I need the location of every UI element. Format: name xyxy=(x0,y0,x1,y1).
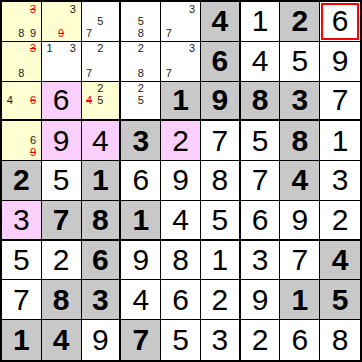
solved-digit: 7 xyxy=(332,85,349,115)
solved-digit: 5 xyxy=(252,126,269,156)
solved-digit: 4 xyxy=(252,46,269,76)
cell-r5c3[interactable]: 1 xyxy=(82,161,122,201)
cell-r9c1[interactable]: 1 xyxy=(2,320,42,360)
candidate-7: 7 xyxy=(163,67,175,79)
cell-r2c4[interactable]: 28 xyxy=(121,42,161,82)
candidate-9: 9 xyxy=(27,28,39,40)
candidate-5: 5 xyxy=(135,94,147,106)
cell-r2c2[interactable]: 13 xyxy=(42,42,82,82)
solved-digit: 6 xyxy=(132,165,149,195)
cell-r5c6[interactable]: 8 xyxy=(201,161,241,201)
candidates: 13 xyxy=(44,43,79,80)
given-digit: 4 xyxy=(211,6,228,36)
cell-r4c3[interactable]: 4 xyxy=(82,121,122,161)
candidate-7: 7 xyxy=(84,28,95,40)
solved-digit: 9 xyxy=(332,46,349,76)
eliminated-candidate-6: 6 xyxy=(27,94,39,106)
cell-r5c7[interactable]: 7 xyxy=(241,161,281,201)
cell-r2c8[interactable]: 5 xyxy=(280,42,320,82)
given-digit: 3 xyxy=(132,126,149,156)
cell-r6c7[interactable]: 6 xyxy=(241,201,281,241)
solved-digit: 3 xyxy=(332,165,349,195)
candidate-2: 2 xyxy=(95,83,106,95)
candidate-2: 2 xyxy=(95,43,106,55)
solved-digit: 7 xyxy=(291,245,308,275)
cell-r4c5[interactable]: 2 xyxy=(161,121,201,161)
cell-r4c2[interactable]: 9 xyxy=(42,121,82,161)
cell-r8c2[interactable]: 8 xyxy=(42,280,82,320)
candidate-5: 5 xyxy=(95,15,106,27)
cell-r3c5[interactable]: 1 xyxy=(161,82,201,122)
solved-digit: 9 xyxy=(132,245,149,275)
cell-r8c3[interactable]: 3 xyxy=(82,280,122,320)
given-digit: 2 xyxy=(13,165,30,195)
cell-r6c9[interactable]: 2 xyxy=(320,201,360,241)
cell-r1c6[interactable]: 4 xyxy=(201,2,241,42)
given-digit: 1 xyxy=(132,205,149,235)
solved-digit: 9 xyxy=(92,325,109,355)
eliminated-candidate-9: 9 xyxy=(27,147,39,159)
candidate-5: 5 xyxy=(95,94,106,106)
candidates: 58 xyxy=(123,3,158,40)
cell-r2c7[interactable]: 4 xyxy=(241,42,281,82)
solved-digit: 1 xyxy=(332,126,349,156)
cell-r4c8[interactable]: 8 xyxy=(280,121,320,161)
solved-digit: 7 xyxy=(13,285,30,315)
given-digit: 8 xyxy=(291,126,308,156)
cell-r7c1[interactable]: 5 xyxy=(2,241,42,281)
solved-digit: 8 xyxy=(211,165,228,195)
cell-r1c1[interactable]: 389 xyxy=(2,2,42,42)
solved-digit: 6 xyxy=(252,205,269,235)
cell-r6c4[interactable]: 1 xyxy=(121,201,161,241)
solved-digit: 8 xyxy=(172,245,189,275)
cell-r2c3[interactable]: 27 xyxy=(82,42,122,82)
cell-r9c6[interactable]: 3 xyxy=(201,320,241,360)
eliminated-candidate-3: 3 xyxy=(27,43,39,55)
cell-r3c4[interactable]: 25 xyxy=(121,82,161,122)
solved-digit: 5 xyxy=(13,245,30,275)
cell-r7c3[interactable]: 6 xyxy=(82,241,122,281)
given-digit: 9 xyxy=(211,85,228,115)
cell-r9c4[interactable]: 7 xyxy=(121,320,161,360)
cell-r2c9[interactable]: 9 xyxy=(320,42,360,82)
given-digit: 2 xyxy=(291,6,308,36)
solved-digit: 1 xyxy=(252,6,269,36)
cell-r8c9[interactable]: 5 xyxy=(320,280,360,320)
candidates: 39 xyxy=(44,3,79,40)
given-digit: 7 xyxy=(53,205,70,235)
cell-r4c6[interactable]: 7 xyxy=(201,121,241,161)
solved-digit: 4 xyxy=(172,205,189,235)
given-digit: 3 xyxy=(92,285,109,315)
solved-digit: 2 xyxy=(252,325,269,355)
candidate-1: 1 xyxy=(44,43,56,55)
cell-r1c3[interactable]: 57 xyxy=(82,2,122,42)
cell-r3c6[interactable]: 9 xyxy=(201,82,241,122)
cell-r7c7[interactable]: 3 xyxy=(241,241,281,281)
cell-r4c9[interactable]: 1 xyxy=(320,121,360,161)
cell-r7c8[interactable]: 7 xyxy=(280,241,320,281)
cell-r2c6[interactable]: 6 xyxy=(201,42,241,82)
candidates: 245 xyxy=(84,83,118,119)
solved-digit: 1 xyxy=(211,245,228,275)
cell-r7c9[interactable]: 4 xyxy=(320,241,360,281)
cell-r6c1[interactable]: 3 xyxy=(2,201,42,241)
cell-r8c8[interactable]: 1 xyxy=(280,280,320,320)
candidate-2: 2 xyxy=(135,43,147,55)
solved-digit: 5 xyxy=(291,46,308,76)
eliminated-candidate-9: 9 xyxy=(55,28,67,40)
cell-r3c1[interactable]: 46 xyxy=(2,82,42,122)
solved-digit: 2 xyxy=(332,205,349,235)
solved-digit: 8 xyxy=(332,325,349,355)
given-digit: 1 xyxy=(291,285,308,315)
cell-r7c5[interactable]: 8 xyxy=(161,241,201,281)
cell-r5c9[interactable]: 3 xyxy=(320,161,360,201)
candidate-2: 2 xyxy=(135,83,147,95)
cell-r1c4[interactable]: 58 xyxy=(121,2,161,42)
solved-digit: 9 xyxy=(172,165,189,195)
solved-digit: 3 xyxy=(211,325,228,355)
cell-r2c5[interactable]: 37 xyxy=(161,42,201,82)
candidate-7: 7 xyxy=(84,67,95,79)
solved-digit: 9 xyxy=(252,285,269,315)
candidate-8: 8 xyxy=(135,67,147,79)
cell-r3c3[interactable]: 245 xyxy=(82,82,122,122)
candidates: 25 xyxy=(123,83,158,119)
candidates: 389 xyxy=(4,3,39,40)
solved-digit: 9 xyxy=(53,126,70,156)
candidates: 57 xyxy=(84,3,118,40)
solved-digit: 3 xyxy=(252,245,269,275)
cell-r1c5[interactable]: 37 xyxy=(161,2,201,42)
given-digit: 7 xyxy=(132,325,149,355)
cell-r9c7[interactable]: 2 xyxy=(241,320,281,360)
solved-digit: 2 xyxy=(211,285,228,315)
solved-digit: 3 xyxy=(13,205,30,235)
cell-r1c7[interactable]: 1 xyxy=(241,2,281,42)
cell-r3c8[interactable]: 3 xyxy=(280,82,320,122)
given-digit: 8 xyxy=(252,85,269,115)
candidate-7: 7 xyxy=(163,28,175,40)
cell-r9c2[interactable]: 4 xyxy=(42,320,82,360)
candidate-8: 8 xyxy=(16,67,28,79)
candidate-3: 3 xyxy=(67,43,79,55)
candidate-3: 3 xyxy=(186,43,198,55)
cell-r9c3[interactable]: 9 xyxy=(82,320,122,360)
solved-digit: 6 xyxy=(291,325,308,355)
cell-r3c9[interactable]: 7 xyxy=(320,82,360,122)
given-digit: 1 xyxy=(92,165,109,195)
cell-r8c4[interactable]: 4 xyxy=(121,280,161,320)
candidates: 37 xyxy=(163,3,198,40)
solved-digit: 4 xyxy=(92,126,109,156)
cell-r9c8[interactable]: 6 xyxy=(280,320,320,360)
cell-r7c6[interactable]: 1 xyxy=(201,241,241,281)
cell-r5c2[interactable]: 5 xyxy=(42,161,82,201)
cell-r1c9-selected[interactable]: 6 xyxy=(320,2,360,42)
candidates: 69 xyxy=(4,122,39,159)
solved-digit: 7 xyxy=(252,165,269,195)
given-digit: 4 xyxy=(53,325,70,355)
cell-r8c7[interactable]: 9 xyxy=(241,280,281,320)
candidates: 27 xyxy=(84,43,118,80)
given-digit: 6 xyxy=(92,245,109,275)
cell-r6c2[interactable]: 7 xyxy=(42,201,82,241)
cell-r5c8[interactable]: 4 xyxy=(280,161,320,201)
given-digit: 4 xyxy=(291,165,308,195)
cell-r8c5[interactable]: 6 xyxy=(161,280,201,320)
solved-digit: 5 xyxy=(172,325,189,355)
candidate-8: 8 xyxy=(135,28,147,40)
sudoku-board: 3893957583741263813272837645946624525198… xyxy=(0,0,362,362)
solved-digit: 6 xyxy=(172,285,189,315)
cell-r4c4[interactable]: 3 xyxy=(121,121,161,161)
candidates: 38 xyxy=(4,43,39,80)
given-digit: 8 xyxy=(92,205,109,235)
given-digit: 8 xyxy=(53,285,70,315)
cell-r7c4[interactable]: 9 xyxy=(121,241,161,281)
solved-digit: 6 xyxy=(53,85,70,115)
cell-r3c2[interactable]: 6 xyxy=(42,82,82,122)
cell-r6c8[interactable]: 9 xyxy=(280,201,320,241)
given-digit: 1 xyxy=(172,85,189,115)
solved-digit: 9 xyxy=(291,205,308,235)
solved-digit: 7 xyxy=(211,126,228,156)
cell-r7c2[interactable]: 2 xyxy=(42,241,82,281)
cell-r6c6[interactable]: 5 xyxy=(201,201,241,241)
solved-digit: 2 xyxy=(53,245,70,275)
solved-digit: 6 xyxy=(332,6,349,36)
eliminated-candidate-3: 3 xyxy=(27,3,39,15)
candidate-8: 8 xyxy=(16,28,28,40)
candidate-3: 3 xyxy=(67,3,79,15)
candidate-3: 3 xyxy=(186,3,198,15)
cell-r4c7[interactable]: 5 xyxy=(241,121,281,161)
candidate-4: 4 xyxy=(4,94,16,106)
candidate-6: 6 xyxy=(27,135,39,147)
cell-r8c1[interactable]: 7 xyxy=(2,280,42,320)
cell-r9c5[interactable]: 5 xyxy=(161,320,201,360)
candidates: 46 xyxy=(4,83,39,119)
candidates: 28 xyxy=(123,43,158,80)
cell-r6c5[interactable]: 4 xyxy=(161,201,201,241)
candidate-5: 5 xyxy=(135,15,147,27)
solved-digit: 5 xyxy=(53,165,70,195)
given-digit: 3 xyxy=(291,85,308,115)
cell-r1c2[interactable]: 39 xyxy=(42,2,82,42)
eliminated-candidate-4: 4 xyxy=(84,94,95,106)
solved-digit: 5 xyxy=(211,205,228,235)
cell-r1c8[interactable]: 2 xyxy=(280,2,320,42)
cell-r6c3[interactable]: 8 xyxy=(82,201,122,241)
given-digit: 4 xyxy=(332,245,349,275)
given-digit: 1 xyxy=(13,325,30,355)
solved-digit: 2 xyxy=(172,126,189,156)
cell-r9c9[interactable]: 8 xyxy=(320,320,360,360)
cell-r3c7[interactable]: 8 xyxy=(241,82,281,122)
cell-r5c4[interactable]: 6 xyxy=(121,161,161,201)
cell-r4c1[interactable]: 69 xyxy=(2,121,42,161)
cell-r8c6[interactable]: 2 xyxy=(201,280,241,320)
given-digit: 6 xyxy=(211,46,228,76)
candidates: 37 xyxy=(163,43,198,80)
cell-r5c5[interactable]: 9 xyxy=(161,161,201,201)
cell-r2c1[interactable]: 38 xyxy=(2,42,42,82)
solved-digit: 4 xyxy=(132,285,149,315)
given-digit: 5 xyxy=(332,285,349,315)
cell-r5c1[interactable]: 2 xyxy=(2,161,42,201)
